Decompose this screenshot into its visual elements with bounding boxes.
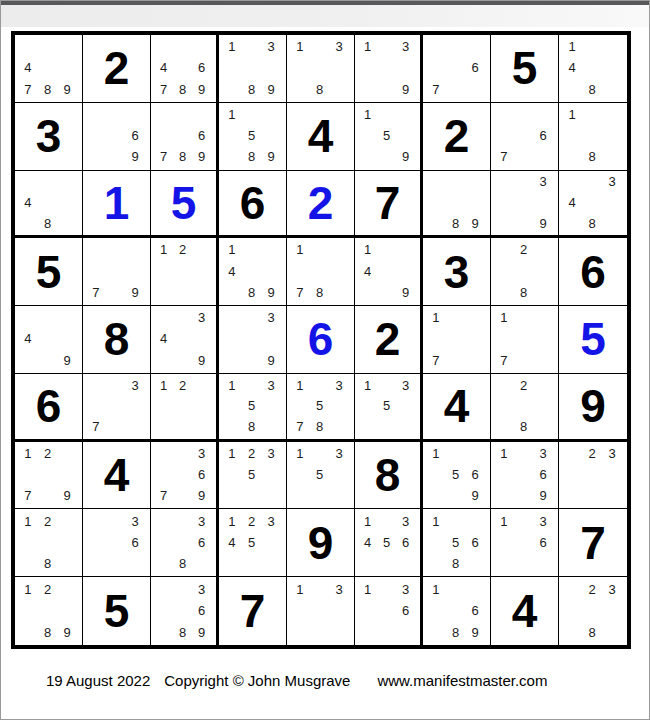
candidate-slot-1: 1 bbox=[426, 578, 446, 600]
candidate-grid: 1369 bbox=[494, 443, 553, 507]
candidate-slot-6 bbox=[261, 125, 281, 146]
candidate-slot-9: 9 bbox=[261, 282, 281, 303]
cell-r1c4[interactable]: 1389 bbox=[219, 35, 287, 103]
candidate-grid: 135 bbox=[290, 443, 349, 507]
candidate-slot-7: 7 bbox=[426, 350, 446, 371]
cell-r4c8[interactable]: 28 bbox=[491, 238, 559, 306]
candidate-slot-6 bbox=[261, 57, 281, 78]
candidate-slot-5: 5 bbox=[446, 532, 466, 553]
candidate-slot-1: 1 bbox=[290, 578, 310, 600]
cell-r9c6[interactable]: 136 bbox=[355, 577, 423, 645]
cell-r3c8[interactable]: 39 bbox=[491, 171, 559, 239]
cell-r5c1[interactable]: 49 bbox=[15, 306, 83, 374]
candidate-slot-1: 1 bbox=[358, 36, 377, 57]
candidate-slot-7 bbox=[358, 146, 377, 167]
candidate-slot-5 bbox=[582, 600, 602, 622]
cell-r3c7[interactable]: 89 bbox=[423, 171, 491, 239]
candidate-slot-5 bbox=[514, 395, 534, 416]
cell-r3c1[interactable]: 48 bbox=[15, 171, 83, 239]
candidate-slot-4 bbox=[358, 57, 377, 78]
cell-r6c1[interactable]: 6 bbox=[15, 374, 83, 442]
cell-r8c6[interactable]: 13456 bbox=[355, 509, 423, 577]
cell-r5c7[interactable]: 17 bbox=[423, 306, 491, 374]
candidate-slot-7 bbox=[222, 485, 242, 506]
cell-r2c4[interactable]: 1589 bbox=[219, 103, 287, 171]
solved-digit-blue: 1 bbox=[83, 171, 150, 236]
candidate-grid: 3679 bbox=[154, 443, 211, 507]
solved-digit: 4 bbox=[491, 577, 558, 645]
candidate-slot-2 bbox=[242, 239, 262, 260]
candidate-slot-2 bbox=[106, 510, 126, 531]
candidate-slot-4 bbox=[18, 600, 38, 622]
cell-r3c4[interactable]: 6 bbox=[219, 171, 287, 239]
candidate-slot-5 bbox=[106, 125, 126, 146]
solved-digit: 4 bbox=[423, 374, 490, 439]
candidate-slot-8: 8 bbox=[173, 146, 192, 167]
candidate-grid: 4789 bbox=[18, 36, 77, 100]
sudoku-grid: 4789246789138913813967514836967891589415… bbox=[11, 31, 631, 649]
candidate-slot-9 bbox=[329, 282, 349, 303]
cell-r8c3[interactable]: 368 bbox=[151, 509, 219, 577]
cell-r2c2[interactable]: 69 bbox=[83, 103, 151, 171]
cell-r1c1[interactable]: 4789 bbox=[15, 35, 83, 103]
cell-r6c7[interactable]: 4 bbox=[423, 374, 491, 442]
candidate-slot-2 bbox=[582, 172, 602, 193]
candidate-slot-9: 9 bbox=[396, 282, 415, 303]
cell-r7c8[interactable]: 1369 bbox=[491, 442, 559, 510]
candidate-slot-3 bbox=[602, 104, 622, 125]
footer: 19 August 2022Copyright © John Musgravew… bbox=[46, 672, 547, 689]
candidate-grid: 39 bbox=[222, 307, 281, 371]
cell-r1c7[interactable]: 67 bbox=[423, 35, 491, 103]
candidate-slot-1: 1 bbox=[562, 104, 582, 125]
cell-r6c3[interactable]: 12 bbox=[151, 374, 219, 442]
candidate-slot-1: 1 bbox=[222, 375, 242, 396]
candidate-slot-6: 6 bbox=[192, 464, 211, 485]
candidate-slot-6 bbox=[329, 464, 349, 485]
candidate-slot-4 bbox=[426, 57, 446, 78]
candidate-slot-7 bbox=[222, 79, 242, 100]
candidate-slot-5 bbox=[173, 464, 192, 485]
candidate-slot-5 bbox=[173, 600, 192, 622]
candidate-slot-7 bbox=[222, 416, 242, 437]
candidate-slot-1: 1 bbox=[154, 375, 173, 396]
candidate-slot-5: 5 bbox=[242, 395, 262, 416]
cell-r9c7[interactable]: 1689 bbox=[423, 577, 491, 645]
candidate-slot-1 bbox=[154, 510, 173, 531]
cell-r4c7[interactable]: 3 bbox=[423, 238, 491, 306]
solved-digit: 9 bbox=[559, 374, 627, 439]
candidate-grid: 49 bbox=[18, 307, 77, 371]
candidate-slot-8 bbox=[310, 621, 330, 643]
candidate-slot-7 bbox=[426, 213, 446, 234]
candidate-grid: 13 bbox=[290, 578, 349, 643]
candidate-slot-7 bbox=[18, 553, 38, 574]
candidate-slot-4: 4 bbox=[18, 192, 38, 213]
cell-r4c9[interactable]: 6 bbox=[559, 238, 627, 306]
cell-r3c2[interactable]: 1 bbox=[83, 171, 151, 239]
candidate-slot-2: 2 bbox=[242, 510, 262, 531]
cell-r8c5[interactable]: 9 bbox=[287, 509, 355, 577]
candidate-slot-2 bbox=[514, 510, 534, 531]
candidate-slot-5 bbox=[173, 395, 192, 416]
cell-r2c5[interactable]: 4 bbox=[287, 103, 355, 171]
candidate-slot-7 bbox=[426, 485, 446, 506]
candidate-slot-6 bbox=[261, 328, 281, 349]
cell-r6c9[interactable]: 9 bbox=[559, 374, 627, 442]
candidate-slot-5 bbox=[173, 328, 192, 349]
cell-r9c2[interactable]: 5 bbox=[83, 577, 151, 645]
candidate-slot-9: 9 bbox=[396, 79, 415, 100]
candidate-slot-3: 3 bbox=[396, 510, 415, 531]
candidate-slot-8 bbox=[173, 350, 192, 371]
candidate-slot-9 bbox=[396, 621, 415, 643]
candidate-slot-5: 5 bbox=[310, 464, 330, 485]
candidate-grid: 349 bbox=[154, 307, 211, 371]
cell-r4c3[interactable]: 12 bbox=[151, 238, 219, 306]
cell-r3c9[interactable]: 348 bbox=[559, 171, 627, 239]
cell-r8c1[interactable]: 128 bbox=[15, 509, 83, 577]
candidate-slot-6: 6 bbox=[192, 57, 211, 78]
candidate-slot-1 bbox=[18, 172, 38, 193]
cell-r4c4[interactable]: 1489 bbox=[219, 238, 287, 306]
candidate-slot-4 bbox=[222, 328, 242, 349]
candidate-slot-1 bbox=[562, 578, 582, 600]
cell-r6c8[interactable]: 28 bbox=[491, 374, 559, 442]
candidate-slot-3: 3 bbox=[396, 578, 415, 600]
candidate-grid: 67 bbox=[494, 104, 553, 168]
cell-r8c2[interactable]: 36 bbox=[83, 509, 151, 577]
candidate-slot-8 bbox=[377, 146, 396, 167]
candidate-slot-4 bbox=[494, 125, 514, 146]
cell-r9c5[interactable]: 13 bbox=[287, 577, 355, 645]
candidate-slot-4 bbox=[154, 261, 173, 282]
candidate-slot-7: 7 bbox=[86, 282, 106, 303]
candidate-slot-6 bbox=[396, 125, 415, 146]
candidate-slot-7 bbox=[358, 416, 377, 437]
candidate-slot-7 bbox=[494, 213, 514, 234]
candidate-slot-3: 3 bbox=[261, 510, 281, 531]
cell-r6c2[interactable]: 37 bbox=[83, 374, 151, 442]
candidate-slot-8: 8 bbox=[310, 79, 330, 100]
candidate-grid: 138 bbox=[290, 36, 349, 100]
cell-r2c8[interactable]: 67 bbox=[491, 103, 559, 171]
candidate-slot-9: 9 bbox=[465, 485, 485, 506]
candidate-slot-2 bbox=[514, 307, 534, 328]
cell-r5c3[interactable]: 349 bbox=[151, 306, 219, 374]
candidate-slot-6 bbox=[57, 192, 77, 213]
candidate-grid: 6789 bbox=[154, 104, 211, 168]
candidate-slot-9: 9 bbox=[261, 79, 281, 100]
candidate-slot-8 bbox=[310, 485, 330, 506]
candidate-slot-7 bbox=[18, 213, 38, 234]
candidate-slot-3 bbox=[602, 36, 622, 57]
candidate-slot-2 bbox=[242, 307, 262, 328]
candidate-slot-4 bbox=[154, 464, 173, 485]
candidate-slot-8: 8 bbox=[173, 79, 192, 100]
cell-r8c8[interactable]: 136 bbox=[491, 509, 559, 577]
candidate-slot-2 bbox=[582, 104, 602, 125]
candidate-slot-6 bbox=[602, 600, 622, 622]
candidate-slot-8: 8 bbox=[38, 621, 58, 643]
solved-digit-blue: 5 bbox=[559, 306, 627, 373]
candidate-slot-2 bbox=[310, 443, 330, 464]
candidate-grid: 48 bbox=[18, 172, 77, 234]
candidate-grid: 136 bbox=[494, 510, 553, 574]
cell-r4c1[interactable]: 5 bbox=[15, 238, 83, 306]
cell-r5c9[interactable]: 5 bbox=[559, 306, 627, 374]
cell-r3c6[interactable]: 7 bbox=[355, 171, 423, 239]
cell-r4c5[interactable]: 178 bbox=[287, 238, 355, 306]
candidate-grid: 135 bbox=[358, 375, 415, 437]
cell-r9c4[interactable]: 7 bbox=[219, 577, 287, 645]
cell-r2c6[interactable]: 159 bbox=[355, 103, 423, 171]
candidate-grid: 1589 bbox=[222, 104, 281, 168]
cell-r5c5[interactable]: 6 bbox=[287, 306, 355, 374]
candidate-slot-4 bbox=[358, 395, 377, 416]
candidate-slot-8 bbox=[173, 485, 192, 506]
candidate-slot-7 bbox=[562, 146, 582, 167]
candidate-slot-2 bbox=[377, 36, 396, 57]
candidate-slot-1: 1 bbox=[290, 443, 310, 464]
candidate-slot-8 bbox=[106, 553, 126, 574]
candidate-slot-1: 1 bbox=[562, 36, 582, 57]
cell-r7c6[interactable]: 8 bbox=[355, 442, 423, 510]
candidate-slot-8: 8 bbox=[242, 282, 262, 303]
solved-digit: 5 bbox=[15, 238, 82, 305]
candidate-slot-3 bbox=[329, 239, 349, 260]
candidate-slot-6 bbox=[192, 395, 211, 416]
candidate-slot-5 bbox=[173, 261, 192, 282]
candidate-slot-1: 1 bbox=[18, 578, 38, 600]
cell-r7c9[interactable]: 23 bbox=[559, 442, 627, 510]
candidate-slot-1: 1 bbox=[358, 578, 377, 600]
cell-r9c1[interactable]: 1289 bbox=[15, 577, 83, 645]
candidate-slot-8: 8 bbox=[242, 79, 262, 100]
candidate-slot-7 bbox=[154, 350, 173, 371]
cell-r8c9[interactable]: 7 bbox=[559, 509, 627, 577]
candidate-slot-8: 8 bbox=[242, 146, 262, 167]
candidate-slot-2: 2 bbox=[38, 510, 58, 531]
candidate-grid: 46789 bbox=[154, 36, 211, 100]
candidate-slot-6 bbox=[602, 125, 622, 146]
candidate-grid: 136 bbox=[358, 578, 415, 643]
solved-digit-blue: 6 bbox=[287, 306, 354, 373]
candidate-slot-6 bbox=[261, 261, 281, 282]
candidate-slot-6 bbox=[602, 192, 622, 213]
cell-r1c5[interactable]: 138 bbox=[287, 35, 355, 103]
candidate-grid: 36 bbox=[86, 510, 145, 574]
candidate-slot-5: 5 bbox=[377, 125, 396, 146]
cell-r3c5[interactable]: 2 bbox=[287, 171, 355, 239]
cell-r9c9[interactable]: 238 bbox=[559, 577, 627, 645]
candidate-slot-4 bbox=[494, 532, 514, 553]
cell-r6c5[interactable]: 13578 bbox=[287, 374, 355, 442]
candidate-grid: 37 bbox=[86, 375, 145, 437]
candidate-slot-9: 9 bbox=[261, 350, 281, 371]
candidate-slot-1: 1 bbox=[154, 239, 173, 260]
candidate-slot-4 bbox=[290, 57, 310, 78]
candidate-slot-3: 3 bbox=[396, 375, 415, 396]
candidate-slot-6 bbox=[329, 395, 349, 416]
candidate-slot-7: 7 bbox=[86, 416, 106, 437]
candidate-slot-1 bbox=[154, 36, 173, 57]
candidate-slot-7 bbox=[426, 621, 446, 643]
solved-digit: 7 bbox=[559, 509, 627, 576]
candidate-grid: 148 bbox=[562, 36, 622, 100]
candidate-slot-4 bbox=[494, 261, 514, 282]
candidate-slot-8: 8 bbox=[446, 621, 466, 643]
candidate-slot-7 bbox=[494, 282, 514, 303]
candidate-slot-6: 6 bbox=[125, 532, 145, 553]
candidate-slot-1: 1 bbox=[358, 510, 377, 531]
cell-r5c8[interactable]: 17 bbox=[491, 306, 559, 374]
candidate-slot-4 bbox=[426, 328, 446, 349]
candidate-slot-8 bbox=[38, 350, 58, 371]
cell-r5c2[interactable]: 8 bbox=[83, 306, 151, 374]
cell-r5c4[interactable]: 39 bbox=[219, 306, 287, 374]
candidate-slot-1 bbox=[154, 307, 173, 328]
candidate-slot-8 bbox=[106, 416, 126, 437]
candidate-slot-9 bbox=[329, 485, 349, 506]
candidate-slot-7 bbox=[358, 621, 377, 643]
candidate-slot-5 bbox=[38, 192, 58, 213]
cell-r7c3[interactable]: 3679 bbox=[151, 442, 219, 510]
footer-website: www.manifestmaster.com bbox=[377, 672, 547, 689]
candidate-slot-3: 3 bbox=[533, 510, 553, 531]
candidate-slot-9 bbox=[465, 350, 485, 371]
cell-r1c6[interactable]: 139 bbox=[355, 35, 423, 103]
cell-r1c3[interactable]: 46789 bbox=[151, 35, 219, 103]
candidate-grid: 18 bbox=[562, 104, 622, 168]
candidate-slot-5: 5 bbox=[310, 395, 330, 416]
candidate-grid: 1289 bbox=[18, 578, 77, 643]
candidate-slot-3: 3 bbox=[125, 510, 145, 531]
candidate-slot-3: 3 bbox=[125, 375, 145, 396]
candidate-slot-3 bbox=[396, 239, 415, 260]
cell-r2c9[interactable]: 18 bbox=[559, 103, 627, 171]
candidate-slot-5 bbox=[310, 600, 330, 622]
candidate-slot-4: 4 bbox=[358, 532, 377, 553]
cell-r2c1[interactable]: 3 bbox=[15, 103, 83, 171]
candidate-slot-2 bbox=[310, 36, 330, 57]
candidate-slot-5 bbox=[106, 261, 126, 282]
cell-r1c9[interactable]: 148 bbox=[559, 35, 627, 103]
candidate-slot-9 bbox=[125, 553, 145, 574]
cell-r2c7[interactable]: 2 bbox=[423, 103, 491, 171]
candidate-slot-5: 5 bbox=[242, 464, 262, 485]
cell-r7c7[interactable]: 1569 bbox=[423, 442, 491, 510]
candidate-slot-2 bbox=[446, 36, 466, 57]
solved-digit: 2 bbox=[355, 306, 420, 373]
candidate-slot-5 bbox=[514, 532, 534, 553]
cell-r3c3[interactable]: 5 bbox=[151, 171, 219, 239]
candidate-slot-5 bbox=[446, 600, 466, 622]
candidate-grid: 1235 bbox=[222, 443, 281, 507]
candidate-slot-3: 3 bbox=[192, 510, 211, 531]
candidate-slot-1 bbox=[494, 172, 514, 193]
candidate-slot-3 bbox=[57, 578, 77, 600]
cell-r4c6[interactable]: 149 bbox=[355, 238, 423, 306]
candidate-slot-3 bbox=[57, 510, 77, 531]
candidate-slot-4 bbox=[562, 600, 582, 622]
candidate-slot-5: 5 bbox=[377, 532, 396, 553]
candidate-slot-3 bbox=[465, 510, 485, 531]
candidate-slot-8 bbox=[38, 485, 58, 506]
candidate-slot-4: 4 bbox=[154, 328, 173, 349]
cell-r8c7[interactable]: 1568 bbox=[423, 509, 491, 577]
candidate-slot-2 bbox=[242, 375, 262, 396]
solved-digit: 7 bbox=[219, 577, 286, 645]
candidate-grid: 3689 bbox=[154, 578, 211, 643]
candidate-slot-6: 6 bbox=[192, 600, 211, 622]
candidate-slot-7 bbox=[494, 485, 514, 506]
cell-r9c3[interactable]: 3689 bbox=[151, 577, 219, 645]
candidate-slot-3: 3 bbox=[602, 578, 622, 600]
cell-r4c2[interactable]: 79 bbox=[83, 238, 151, 306]
candidate-slot-7 bbox=[358, 553, 377, 574]
candidate-grid: 13578 bbox=[290, 375, 349, 437]
candidate-slot-2 bbox=[310, 578, 330, 600]
candidate-slot-5 bbox=[106, 532, 126, 553]
candidate-slot-1: 1 bbox=[18, 443, 38, 464]
cell-r2c3[interactable]: 6789 bbox=[151, 103, 219, 171]
cell-r6c6[interactable]: 135 bbox=[355, 374, 423, 442]
cell-r7c5[interactable]: 135 bbox=[287, 442, 355, 510]
candidate-slot-9 bbox=[192, 416, 211, 437]
candidate-slot-5 bbox=[106, 395, 126, 416]
candidate-slot-8 bbox=[173, 416, 192, 437]
candidate-slot-4 bbox=[562, 464, 582, 485]
candidate-slot-5: 5 bbox=[446, 464, 466, 485]
candidate-slot-8: 8 bbox=[38, 553, 58, 574]
candidate-slot-6 bbox=[329, 57, 349, 78]
candidate-slot-2: 2 bbox=[173, 375, 192, 396]
candidate-slot-5: 5 bbox=[242, 532, 262, 553]
cell-r5c6[interactable]: 2 bbox=[355, 306, 423, 374]
candidate-slot-9: 9 bbox=[57, 621, 77, 643]
candidate-slot-6: 6 bbox=[465, 600, 485, 622]
candidate-slot-3 bbox=[465, 443, 485, 464]
cell-r7c2[interactable]: 4 bbox=[83, 442, 151, 510]
candidate-slot-4 bbox=[358, 600, 377, 622]
cell-r7c1[interactable]: 1279 bbox=[15, 442, 83, 510]
candidate-slot-1: 1 bbox=[358, 239, 377, 260]
candidate-slot-8 bbox=[377, 553, 396, 574]
candidate-slot-6 bbox=[57, 532, 77, 553]
candidate-slot-9: 9 bbox=[261, 146, 281, 167]
cell-r1c8[interactable]: 5 bbox=[491, 35, 559, 103]
candidate-slot-2 bbox=[446, 443, 466, 464]
candidate-slot-5 bbox=[377, 261, 396, 282]
cell-r6c4[interactable]: 1358 bbox=[219, 374, 287, 442]
cell-r9c8[interactable]: 4 bbox=[491, 577, 559, 645]
candidate-slot-6: 6 bbox=[192, 532, 211, 553]
candidate-slot-5 bbox=[446, 57, 466, 78]
cell-r7c4[interactable]: 1235 bbox=[219, 442, 287, 510]
candidate-slot-4: 4 bbox=[18, 328, 38, 349]
candidate-slot-1: 1 bbox=[290, 239, 310, 260]
candidate-slot-5 bbox=[446, 192, 466, 213]
cell-r1c2[interactable]: 2 bbox=[83, 35, 151, 103]
cell-r8c4[interactable]: 12345 bbox=[219, 509, 287, 577]
candidate-slot-2 bbox=[173, 578, 192, 600]
candidate-slot-3: 3 bbox=[533, 443, 553, 464]
solved-digit: 8 bbox=[355, 442, 420, 509]
candidate-slot-8: 8 bbox=[582, 213, 602, 234]
candidate-slot-3 bbox=[465, 172, 485, 193]
candidate-slot-8: 8 bbox=[582, 146, 602, 167]
